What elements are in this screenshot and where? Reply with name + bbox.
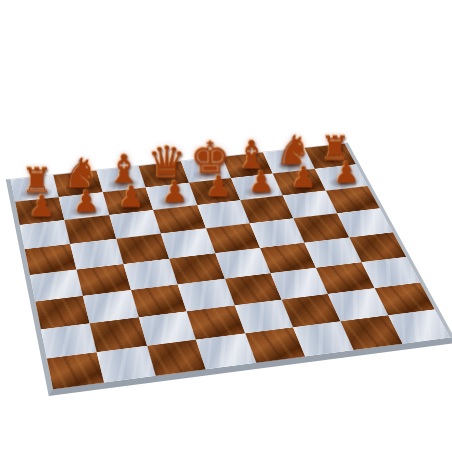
piece-shadow (69, 203, 104, 218)
amber-pawn-d7[interactable]: ♟ (153, 177, 197, 207)
amber-knight-b8[interactable]: ♞ (59, 152, 103, 194)
piece-shadow (274, 158, 309, 172)
piece-shadow (113, 198, 148, 213)
square-f6[interactable] (240, 196, 293, 224)
piece-shadow (315, 154, 350, 168)
square-c6[interactable] (109, 210, 161, 239)
amber-knight-g8[interactable]: ♞ (272, 130, 315, 171)
amber-rook-h8[interactable]: ♜ (314, 132, 357, 166)
square-d7[interactable]: ♟ (146, 183, 197, 210)
square-a1[interactable] (47, 352, 105, 389)
square-c4[interactable] (123, 258, 178, 289)
square-b4[interactable] (77, 264, 131, 296)
square-e6[interactable] (197, 200, 250, 228)
piece-shadow (106, 176, 140, 190)
amber-pawn-a7[interactable]: ♟ (20, 192, 65, 222)
square-d8[interactable]: ♛ (139, 161, 189, 187)
piece-shadow (156, 194, 191, 209)
square-h1[interactable] (388, 309, 450, 343)
square-b8[interactable]: ♞ (54, 170, 103, 197)
amber-pawn-e7[interactable]: ♟ (196, 172, 240, 202)
square-g4[interactable] (305, 237, 362, 267)
amber-queen-d8[interactable]: ♛ (145, 140, 188, 184)
square-c8[interactable]: ♝ (96, 166, 145, 192)
square-a8[interactable]: ♜ (11, 175, 59, 202)
square-h5[interactable] (337, 209, 393, 238)
square-f8[interactable]: ♝ (222, 152, 273, 178)
square-e5[interactable] (206, 224, 260, 254)
square-c3[interactable] (131, 284, 187, 317)
square-e1[interactable] (245, 327, 305, 363)
square-b6[interactable] (65, 215, 116, 244)
square-b7[interactable]: ♟ (59, 192, 109, 220)
piece-shadow (191, 167, 226, 181)
product-photo-scene: ♜♞♝♛♚♝♞♜♟♟♟♟♟♟♟♟ (0, 0, 452, 452)
square-f5[interactable] (250, 218, 305, 247)
amber-bishop-f8[interactable]: ♝ (230, 136, 273, 175)
square-g6[interactable] (283, 191, 337, 219)
square-g7[interactable]: ♟ (273, 169, 326, 196)
square-g5[interactable] (294, 214, 349, 243)
square-a3[interactable] (35, 296, 90, 330)
square-e4[interactable] (215, 248, 271, 279)
square-a2[interactable] (41, 323, 97, 358)
square-h6[interactable] (326, 186, 380, 213)
amber-pawn-g7[interactable]: ♟ (282, 163, 326, 192)
amber-pawn-h7[interactable]: ♟ (324, 158, 368, 187)
piece-shadow (242, 184, 278, 199)
amber-pawn-f7[interactable]: ♟ (239, 168, 283, 197)
square-a6[interactable] (20, 220, 71, 249)
square-f3[interactable] (270, 268, 328, 300)
amber-pawn-b7[interactable]: ♟ (64, 187, 109, 217)
piece-shadow (233, 163, 268, 177)
piece-shadow (326, 175, 362, 189)
board-perspective-wrap: ♜♞♝♛♚♝♞♜♟♟♟♟♟♟♟♟ (25, 65, 405, 445)
square-h8[interactable]: ♜ (304, 144, 356, 169)
square-c7[interactable]: ♟ (103, 188, 154, 216)
square-b5[interactable] (71, 239, 124, 269)
piece-shadow (149, 172, 183, 186)
piece-shadow (24, 208, 59, 223)
amber-king-e8[interactable]: ♚ (188, 135, 231, 180)
square-e8[interactable]: ♚ (181, 157, 231, 183)
square-e7[interactable]: ♟ (189, 178, 241, 205)
amber-bishop-c8[interactable]: ♝ (102, 149, 146, 189)
piece-shadow (20, 186, 54, 201)
amber-pawn-c7[interactable]: ♟ (109, 182, 154, 212)
square-d5[interactable] (161, 229, 215, 259)
square-b1[interactable] (97, 346, 155, 383)
square-a7[interactable]: ♟ (15, 197, 65, 225)
square-f7[interactable]: ♟ (231, 174, 283, 201)
piece-shadow (284, 179, 320, 193)
square-g8[interactable]: ♞ (263, 148, 314, 173)
square-d6[interactable] (153, 205, 205, 234)
piece-shadow (63, 181, 97, 195)
square-h7[interactable]: ♟ (315, 164, 368, 190)
chess-board: ♜♞♝♛♚♝♞♜♟♟♟♟♟♟♟♟ (6, 142, 452, 396)
piece-shadow (199, 189, 234, 204)
